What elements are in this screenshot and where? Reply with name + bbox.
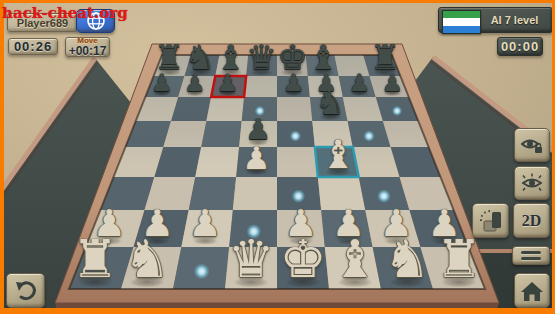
flag-stripe-blue [443,26,480,33]
flip-view-icon [477,207,505,235]
piece-white-bishop-f1[interactable]: ♝ [332,233,379,285]
piece-white-knight-g1[interactable]: ♞ [384,233,431,285]
opponent-name: AI 7 level [491,14,539,26]
undo-icon [12,278,40,304]
piece-white-bishop-f4[interactable]: ♝ [321,135,356,174]
flip-view-button[interactable] [472,203,509,238]
player-timer: 00:26 [14,39,52,54]
globe-icon [85,10,107,32]
move-hint-dot-g5[interactable] [363,130,374,141]
flag-stripe-white [443,18,480,25]
piece-black-pawn-h7[interactable]: ♟ [381,71,403,95]
eye-lashes-icon [519,171,545,195]
piece-white-pawn-c2[interactable]: ♟ [189,207,222,244]
player-timer-panel: 00:26 [8,38,58,55]
undo-button[interactable] [6,273,45,308]
home-button[interactable] [514,273,550,308]
piece-black-pawn-g7[interactable]: ♟ [349,71,371,95]
move-hint-dot-g3[interactable] [377,189,391,203]
piece-black-queen-d8[interactable]: ♛ [246,40,276,74]
game-screen: ♜♞♝♛♚♝♜♟♟♟♟♟♟♟♞♟♟♝♟♟♟♟♟♟♟♜♞♛♚♝♞♜ Player6… [0,0,555,314]
move-hint-dot-e3[interactable] [292,189,306,203]
piece-white-pawn-d4[interactable]: ♟ [243,143,271,174]
globe-button[interactable] [76,9,115,33]
player-name-panel: Player689 [7,13,78,32]
piece-white-rook-h1[interactable]: ♜ [436,233,483,285]
sierra-leone-flag [442,10,481,34]
opponent-timer-panel: 00:00 [497,37,543,56]
piece-white-king-e1[interactable]: ♚ [280,233,327,285]
opponent-timer: 00:00 [501,39,539,54]
menu-handle-button[interactable] [512,246,550,265]
eye-lock-icon [519,133,545,157]
eye-lock-button[interactable] [514,128,550,162]
flag-stripe-green [443,11,480,18]
piece-white-queen-d1[interactable]: ♛ [228,233,275,285]
move-increment: +00:17 [69,45,107,57]
home-icon [519,279,545,303]
piece-black-knight-f6[interactable]: ♞ [315,86,345,119]
move-hint-dot-h6[interactable] [392,106,402,116]
player-name: Player689 [17,17,68,29]
move-hint-dot-e5[interactable] [290,130,301,141]
piece-black-pawn-a7[interactable]: ♟ [151,71,173,95]
piece-white-rook-a1[interactable]: ♜ [72,233,119,285]
move-increment-panel: Move +00:17 [65,37,110,57]
piece-white-knight-b1[interactable]: ♞ [124,233,171,285]
opponent-panel: AI 7 level [438,7,553,33]
move-hint-dot-c1[interactable] [194,264,210,280]
piece-black-pawn-c7[interactable]: ♟ [217,71,239,95]
eye-lashes-button[interactable] [514,166,550,200]
board-rim-front-face [55,303,499,310]
piece-black-pawn-b7[interactable]: ♟ [184,71,206,95]
piece-black-pawn-e7[interactable]: ♟ [283,71,305,95]
view-2d-label: 2D [522,212,542,230]
view-2d-button[interactable]: 2D [513,203,550,238]
menu-handle-icon [521,251,541,260]
